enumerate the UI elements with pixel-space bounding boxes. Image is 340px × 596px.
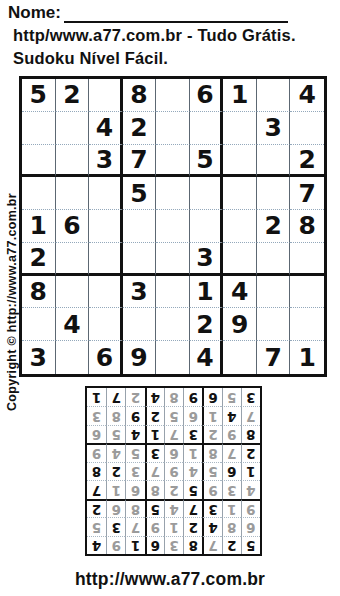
solution-cell-r7c6: 1 xyxy=(145,425,164,443)
solution-cell-r7c1: 8 xyxy=(241,425,260,443)
puzzle-cell-r2c3: 4 xyxy=(89,112,123,145)
puzzle-cell-r9c8: 7 xyxy=(257,341,291,374)
puzzle-cell-r5c5 xyxy=(156,210,190,243)
solution-cell-r1c9: 4 xyxy=(87,536,106,554)
solution-cell-r5c7: 3 xyxy=(125,462,144,480)
solution-cell-r8c8: 8 xyxy=(106,406,125,424)
puzzle-cell-r6c5 xyxy=(156,243,190,276)
solution-cell-r9c8: 7 xyxy=(106,388,125,406)
solution-cell-r3c5: 4 xyxy=(164,499,183,517)
solution-cell-r9c7: 2 xyxy=(125,388,144,406)
puzzle-cell-r5c7 xyxy=(223,210,257,243)
solution-cell-r5c5: 9 xyxy=(164,462,183,480)
puzzle-cell-r6c3 xyxy=(89,243,123,276)
solution-cell-r8c2: 4 xyxy=(222,406,241,424)
copyright-vertical-text: Copyright © http://www.a77.com.br xyxy=(5,193,19,411)
puzzle-cell-r2c8: 3 xyxy=(257,112,291,145)
puzzle-level-title: Sudoku Nível Fácil. xyxy=(13,49,168,68)
solution-cell-r1c2: 2 xyxy=(222,536,241,554)
puzzle-cell-r6c2 xyxy=(56,243,90,276)
solution-cell-r6c1: 2 xyxy=(241,443,260,461)
solution-cell-r7c3: 2 xyxy=(202,425,221,443)
solution-cell-r8c5: 5 xyxy=(164,406,183,424)
solution-cell-r9c9: 1 xyxy=(87,388,106,406)
solution-cell-r1c5: 3 xyxy=(164,536,183,554)
solution-cell-r6c9: 9 xyxy=(87,443,106,461)
solution-cell-r8c4: 6 xyxy=(183,406,202,424)
solution-cell-r9c5: 8 xyxy=(164,388,183,406)
puzzle-cell-r4c5 xyxy=(156,177,190,210)
puzzle-cell-r7c6: 1 xyxy=(190,276,224,309)
solution-cell-r5c1: 1 xyxy=(241,462,260,480)
puzzle-cell-r8c9 xyxy=(290,308,324,341)
solution-grid: 5278361946842197359137458624395286171654… xyxy=(85,386,262,556)
solution-cell-r3c2: 1 xyxy=(222,499,241,517)
puzzle-cell-r8c2: 4 xyxy=(56,308,90,341)
puzzle-cell-r4c1 xyxy=(22,177,56,210)
puzzle-cell-r3c7 xyxy=(223,145,257,178)
solution-cell-r4c9: 7 xyxy=(87,480,106,498)
solution-cell-r3c8: 6 xyxy=(106,499,125,517)
solution-cell-r1c6: 6 xyxy=(145,536,164,554)
solution-cell-r2c4: 2 xyxy=(183,517,202,535)
solution-cell-r7c7: 4 xyxy=(125,425,144,443)
puzzle-cell-r7c1: 8 xyxy=(22,276,56,309)
puzzle-cell-r9c2 xyxy=(56,341,90,374)
solution-cell-r4c2: 3 xyxy=(222,480,241,498)
solution-cell-r5c3: 5 xyxy=(202,462,221,480)
solution-cell-r3c9: 2 xyxy=(87,499,106,517)
puzzle-cell-r1c7: 1 xyxy=(223,79,257,112)
solution-cell-r6c6: 3 xyxy=(145,443,164,461)
puzzle-cell-r7c3 xyxy=(89,276,123,309)
puzzle-cell-r8c6: 2 xyxy=(190,308,224,341)
solution-cell-r1c3: 7 xyxy=(202,536,221,554)
solution-cell-r4c1: 4 xyxy=(241,480,260,498)
puzzle-cell-r2c7 xyxy=(223,112,257,145)
solution-cell-r6c8: 4 xyxy=(106,443,125,461)
solution-cell-r4c4: 5 xyxy=(183,480,202,498)
puzzle-cell-r4c8 xyxy=(257,177,291,210)
solution-cell-r2c6: 9 xyxy=(145,517,164,535)
solution-cell-r7c2: 9 xyxy=(222,425,241,443)
solution-cell-r3c7: 8 xyxy=(125,499,144,517)
solution-cell-r2c2: 8 xyxy=(222,517,241,535)
puzzle-cell-r3c2 xyxy=(56,145,90,178)
puzzle-grid: 5286144233752571628238314429369471 xyxy=(19,76,327,377)
puzzle-cell-r3c1 xyxy=(22,145,56,178)
puzzle-cell-r6c7 xyxy=(223,243,257,276)
solution-cell-r9c3: 6 xyxy=(202,388,221,406)
puzzle-cell-r1c1: 5 xyxy=(22,79,56,112)
puzzle-cell-r6c9 xyxy=(290,243,324,276)
puzzle-cell-r8c7: 9 xyxy=(223,308,257,341)
puzzle-cell-r4c6 xyxy=(190,177,224,210)
solution-cell-r7c8: 5 xyxy=(106,425,125,443)
solution-cell-r2c8: 3 xyxy=(106,517,125,535)
name-label: Nome: xyxy=(8,3,61,23)
solution-cell-r5c4: 4 xyxy=(183,462,202,480)
solution-cell-r9c6: 4 xyxy=(145,388,164,406)
puzzle-cell-r5c9: 8 xyxy=(290,210,324,243)
puzzle-cell-r4c2 xyxy=(56,177,90,210)
puzzle-cell-r5c1: 1 xyxy=(22,210,56,243)
puzzle-cell-r2c6 xyxy=(190,112,224,145)
solution-cell-r5c6: 7 xyxy=(145,462,164,480)
solution-cell-r2c9: 5 xyxy=(87,517,106,535)
solution-cell-r5c2: 6 xyxy=(222,462,241,480)
puzzle-cell-r9c6: 4 xyxy=(190,341,224,374)
puzzle-cell-r1c3 xyxy=(89,79,123,112)
solution-cell-r9c4: 9 xyxy=(183,388,202,406)
puzzle-cell-r4c9: 7 xyxy=(290,177,324,210)
solution-cell-r4c7: 6 xyxy=(125,480,144,498)
puzzle-cell-r7c4: 3 xyxy=(123,276,157,309)
solution-cell-r4c6: 8 xyxy=(145,480,164,498)
footer-url: http://www.a77.com.br xyxy=(0,569,340,590)
puzzle-cell-r3c6: 5 xyxy=(190,145,224,178)
puzzle-cell-r5c6 xyxy=(190,210,224,243)
solution-cell-r2c5: 1 xyxy=(164,517,183,535)
puzzle-cell-r4c3 xyxy=(89,177,123,210)
puzzle-cell-r4c4: 5 xyxy=(123,177,157,210)
solution-cell-r5c9: 8 xyxy=(87,462,106,480)
puzzle-cell-r3c8 xyxy=(257,145,291,178)
solution-cell-r1c7: 1 xyxy=(125,536,144,554)
solution-cell-r8c7: 9 xyxy=(125,406,144,424)
solution-cell-r6c5: 6 xyxy=(164,443,183,461)
puzzle-cell-r3c5 xyxy=(156,145,190,178)
puzzle-cell-r7c9 xyxy=(290,276,324,309)
solution-cell-r3c4: 7 xyxy=(183,499,202,517)
solution-cell-r8c6: 2 xyxy=(145,406,164,424)
solution-cell-r6c3: 8 xyxy=(202,443,221,461)
puzzle-cell-r9c5 xyxy=(156,341,190,374)
solution-cell-r4c8: 1 xyxy=(106,480,125,498)
solution-cell-r7c5: 7 xyxy=(164,425,183,443)
puzzle-cell-r5c8: 2 xyxy=(257,210,291,243)
puzzle-cell-r1c4: 8 xyxy=(123,79,157,112)
solution-cell-r7c4: 3 xyxy=(183,425,202,443)
solution-cell-r9c2: 5 xyxy=(222,388,241,406)
puzzle-cell-r7c8 xyxy=(257,276,291,309)
puzzle-cell-r8c5 xyxy=(156,308,190,341)
puzzle-cell-r2c1 xyxy=(22,112,56,145)
puzzle-cell-r9c3: 6 xyxy=(89,341,123,374)
solution-cell-r3c3: 3 xyxy=(202,499,221,517)
solution-cell-r6c7: 5 xyxy=(125,443,144,461)
solution-cell-r3c6: 5 xyxy=(145,499,164,517)
puzzle-cell-r5c3 xyxy=(89,210,123,243)
puzzle-cell-r1c2: 2 xyxy=(56,79,90,112)
puzzle-cell-r2c5 xyxy=(156,112,190,145)
puzzle-cell-r4c7 xyxy=(223,177,257,210)
solution-cell-r1c4: 8 xyxy=(183,536,202,554)
solution-cell-r1c8: 9 xyxy=(106,536,125,554)
puzzle-cell-r6c4 xyxy=(123,243,157,276)
puzzle-cell-r1c6: 6 xyxy=(190,79,224,112)
solution-cell-r2c7: 7 xyxy=(125,517,144,535)
puzzle-cell-r1c9: 4 xyxy=(290,79,324,112)
puzzle-cell-r2c2 xyxy=(56,112,90,145)
puzzle-cell-r3c3: 3 xyxy=(89,145,123,178)
solution-cell-r4c5: 2 xyxy=(164,480,183,498)
solution-cell-r3c1: 9 xyxy=(241,499,260,517)
puzzle-cell-r2c4: 2 xyxy=(123,112,157,145)
puzzle-cell-r7c5 xyxy=(156,276,190,309)
puzzle-cell-r2c9 xyxy=(290,112,324,145)
puzzle-cell-r3c9: 2 xyxy=(290,145,324,178)
solution-cell-r2c3: 4 xyxy=(202,517,221,535)
puzzle-cell-r9c9: 1 xyxy=(290,341,324,374)
name-blank-line xyxy=(64,6,288,23)
puzzle-cell-r6c1: 2 xyxy=(22,243,56,276)
puzzle-cell-r9c1: 3 xyxy=(22,341,56,374)
solution-cell-r7c9: 6 xyxy=(87,425,106,443)
solution-cell-r8c1: 7 xyxy=(241,406,260,424)
puzzle-cell-r3c4: 7 xyxy=(123,145,157,178)
puzzle-cell-r7c2 xyxy=(56,276,90,309)
puzzle-cell-r9c4: 9 xyxy=(123,341,157,374)
solution-cell-r2c1: 6 xyxy=(241,517,260,535)
solution-cell-r5c8: 2 xyxy=(106,462,125,480)
solution-cell-r8c3: 1 xyxy=(202,406,221,424)
solution-cell-r8c9: 3 xyxy=(87,406,106,424)
puzzle-cell-r8c4 xyxy=(123,308,157,341)
puzzle-cell-r6c6: 3 xyxy=(190,243,224,276)
name-row: Nome: xyxy=(8,3,288,23)
solution-cell-r9c1: 3 xyxy=(241,388,260,406)
sudoku-sheet: Nome: http/www.a77.com.br - Tudo Grátis.… xyxy=(0,0,340,596)
puzzle-cell-r1c5 xyxy=(156,79,190,112)
solution-cell-r6c4: 1 xyxy=(183,443,202,461)
puzzle-cell-r5c4 xyxy=(123,210,157,243)
puzzle-cell-r1c8 xyxy=(257,79,291,112)
puzzle-cell-r8c1 xyxy=(22,308,56,341)
puzzle-cell-r6c8 xyxy=(257,243,291,276)
site-title: http/www.a77.com.br - Tudo Grátis. xyxy=(13,26,296,45)
solution-cell-r1c1: 5 xyxy=(241,536,260,554)
puzzle-cell-r5c2: 6 xyxy=(56,210,90,243)
solution-cell-r6c2: 7 xyxy=(222,443,241,461)
solution-cell-r4c3: 9 xyxy=(202,480,221,498)
puzzle-cell-r8c8 xyxy=(257,308,291,341)
puzzle-cell-r9c7 xyxy=(223,341,257,374)
puzzle-cell-r8c3 xyxy=(89,308,123,341)
puzzle-cell-r7c7: 4 xyxy=(223,276,257,309)
